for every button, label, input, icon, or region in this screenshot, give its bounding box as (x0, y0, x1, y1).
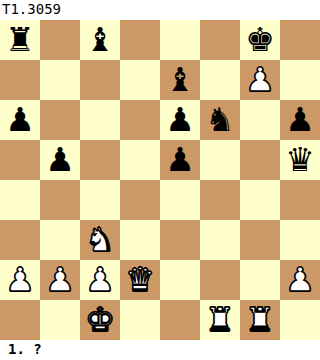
square-h6[interactable]: ♟ (280, 100, 320, 140)
piece-black-pawn[interactable]: ♟ (45, 140, 75, 180)
square-a3[interactable] (0, 220, 40, 260)
square-h4[interactable] (280, 180, 320, 220)
square-h5[interactable]: ♛ (280, 140, 320, 180)
piece-black-bishop[interactable]: ♝ (165, 60, 195, 100)
square-e6[interactable]: ♟ (160, 100, 200, 140)
square-c1[interactable]: ♚ (80, 300, 120, 340)
piece-black-knight[interactable]: ♞ (205, 100, 235, 140)
move-prompt: 1. ? (0, 340, 320, 360)
square-b8[interactable] (40, 20, 80, 60)
square-f4[interactable] (200, 180, 240, 220)
square-f1[interactable]: ♜ (200, 300, 240, 340)
square-a6[interactable]: ♟ (0, 100, 40, 140)
piece-black-bishop[interactable]: ♝ (85, 20, 115, 60)
square-a8[interactable]: ♜ (0, 20, 40, 60)
square-d2[interactable]: ♛ (120, 260, 160, 300)
square-h1[interactable] (280, 300, 320, 340)
piece-black-pawn[interactable]: ♟ (165, 100, 195, 140)
square-e8[interactable] (160, 20, 200, 60)
square-d3[interactable] (120, 220, 160, 260)
square-g1[interactable]: ♜ (240, 300, 280, 340)
square-a7[interactable] (0, 60, 40, 100)
square-f3[interactable] (200, 220, 240, 260)
square-e5[interactable]: ♟ (160, 140, 200, 180)
square-d6[interactable] (120, 100, 160, 140)
piece-white-knight[interactable]: ♞ (85, 220, 115, 260)
square-f8[interactable] (200, 20, 240, 60)
chess-trainer-window: T1.3059 ♜♝♚♝♟♟♟♞♟♟♟♛♞♟♟♟♛♟♚♜♜ 1. ? (0, 0, 320, 360)
square-g4[interactable] (240, 180, 280, 220)
square-c2[interactable]: ♟ (80, 260, 120, 300)
square-e7[interactable]: ♝ (160, 60, 200, 100)
square-a4[interactable] (0, 180, 40, 220)
square-c3[interactable]: ♞ (80, 220, 120, 260)
square-e3[interactable] (160, 220, 200, 260)
square-h3[interactable] (280, 220, 320, 260)
piece-black-rook[interactable]: ♜ (5, 20, 35, 60)
square-b4[interactable] (40, 180, 80, 220)
square-b5[interactable]: ♟ (40, 140, 80, 180)
square-d8[interactable] (120, 20, 160, 60)
square-b3[interactable] (40, 220, 80, 260)
square-d5[interactable] (120, 140, 160, 180)
piece-white-pawn[interactable]: ♟ (85, 260, 115, 300)
chess-board[interactable]: ♜♝♚♝♟♟♟♞♟♟♟♛♞♟♟♟♛♟♚♜♜ (0, 20, 320, 340)
square-f5[interactable] (200, 140, 240, 180)
square-g5[interactable] (240, 140, 280, 180)
piece-black-queen[interactable]: ♛ (285, 140, 315, 180)
square-e4[interactable] (160, 180, 200, 220)
square-e2[interactable] (160, 260, 200, 300)
piece-white-rook[interactable]: ♜ (205, 300, 235, 340)
piece-white-pawn[interactable]: ♟ (245, 60, 275, 100)
square-f7[interactable] (200, 60, 240, 100)
square-b2[interactable]: ♟ (40, 260, 80, 300)
square-c4[interactable] (80, 180, 120, 220)
piece-white-pawn[interactable]: ♟ (285, 260, 315, 300)
piece-black-king[interactable]: ♚ (245, 20, 275, 60)
square-h7[interactable] (280, 60, 320, 100)
square-f6[interactable]: ♞ (200, 100, 240, 140)
square-d4[interactable] (120, 180, 160, 220)
square-g6[interactable] (240, 100, 280, 140)
square-h2[interactable]: ♟ (280, 260, 320, 300)
piece-white-rook[interactable]: ♜ (245, 300, 275, 340)
square-d7[interactable] (120, 60, 160, 100)
piece-white-pawn[interactable]: ♟ (5, 260, 35, 300)
piece-black-pawn[interactable]: ♟ (285, 100, 315, 140)
square-a1[interactable] (0, 300, 40, 340)
square-c8[interactable]: ♝ (80, 20, 120, 60)
piece-white-king[interactable]: ♚ (85, 300, 115, 340)
task-number-label: T1.3059 (0, 0, 320, 20)
square-a5[interactable] (0, 140, 40, 180)
square-c5[interactable] (80, 140, 120, 180)
square-b6[interactable] (40, 100, 80, 140)
square-g3[interactable] (240, 220, 280, 260)
piece-black-pawn[interactable]: ♟ (165, 140, 195, 180)
square-b1[interactable] (40, 300, 80, 340)
square-c7[interactable] (80, 60, 120, 100)
square-b7[interactable] (40, 60, 80, 100)
square-g2[interactable] (240, 260, 280, 300)
piece-white-pawn[interactable]: ♟ (45, 260, 75, 300)
square-e1[interactable] (160, 300, 200, 340)
square-c6[interactable] (80, 100, 120, 140)
square-g7[interactable]: ♟ (240, 60, 280, 100)
square-a2[interactable]: ♟ (0, 260, 40, 300)
piece-black-pawn[interactable]: ♟ (5, 100, 35, 140)
square-g8[interactable]: ♚ (240, 20, 280, 60)
square-f2[interactable] (200, 260, 240, 300)
square-d1[interactable] (120, 300, 160, 340)
square-h8[interactable] (280, 20, 320, 60)
piece-white-queen[interactable]: ♛ (125, 260, 155, 300)
